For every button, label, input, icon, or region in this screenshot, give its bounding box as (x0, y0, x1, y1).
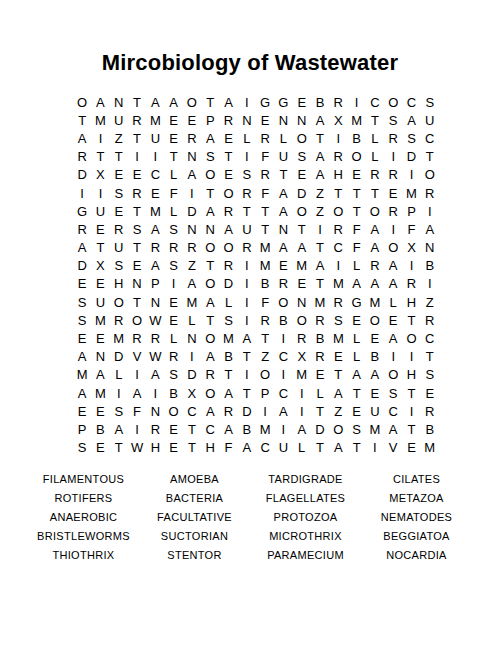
grid-cell-r13c5[interactable]: W (146, 311, 164, 329)
grid-cell-r16c17[interactable]: A (366, 366, 384, 384)
grid-cell-r18c1[interactable]: E (73, 402, 91, 420)
grid-cell-r5c7[interactable]: A (183, 166, 201, 184)
grid-cell-r7c16[interactable]: T (347, 202, 365, 220)
grid-cell-r20c13[interactable]: L (293, 439, 311, 457)
grid-cell-r4c15[interactable]: R (329, 148, 347, 166)
grid-cell-r8c1[interactable]: R (73, 220, 91, 238)
grid-cell-r4c18[interactable]: I (384, 148, 402, 166)
grid-cell-r8c4[interactable]: S (128, 220, 146, 238)
grid-cell-r13c12[interactable]: B (274, 311, 292, 329)
grid-cell-r18c11[interactable]: I (256, 402, 274, 420)
grid-cell-r19c8[interactable]: C (201, 420, 219, 438)
grid-cell-r7c1[interactable]: G (73, 202, 91, 220)
grid-cell-r5c5[interactable]: C (146, 166, 164, 184)
grid-cell-r15c7[interactable]: I (183, 348, 201, 366)
grid-cell-r12c15[interactable]: R (329, 293, 347, 311)
grid-cell-r2c6[interactable]: E (164, 111, 182, 129)
grid-cell-r18c12[interactable]: A (274, 402, 292, 420)
grid-cell-r13c7[interactable]: L (183, 311, 201, 329)
grid-cell-r2c13[interactable]: N (293, 111, 311, 129)
grid-cell-r3c5[interactable]: U (146, 129, 164, 147)
grid-cell-r10c15[interactable]: I (329, 257, 347, 275)
grid-cell-r16c8[interactable]: R (201, 366, 219, 384)
grid-cell-r6c12[interactable]: A (274, 184, 292, 202)
grid-cell-r11c16[interactable]: A (347, 275, 365, 293)
grid-cell-r16c14[interactable]: E (311, 366, 329, 384)
grid-cell-r13c19[interactable]: T (402, 311, 420, 329)
grid-cell-r12c14[interactable]: M (311, 293, 329, 311)
grid-cell-r14c2[interactable]: E (91, 329, 109, 347)
grid-cell-r15c10[interactable]: T (238, 348, 256, 366)
grid-cell-r10c8[interactable]: T (201, 257, 219, 275)
grid-cell-r17c7[interactable]: X (183, 384, 201, 402)
grid-cell-r9c18[interactable]: O (384, 239, 402, 257)
grid-cell-r20c20[interactable]: M (421, 439, 439, 457)
grid-cell-r3c9[interactable]: E (219, 129, 237, 147)
grid-cell-r20c15[interactable]: A (329, 439, 347, 457)
grid-cell-r6c16[interactable]: T (347, 184, 365, 202)
grid-cell-r3c3[interactable]: Z (110, 129, 128, 147)
grid-cell-r8c14[interactable]: I (311, 220, 329, 238)
grid-cell-r16c12[interactable]: I (274, 366, 292, 384)
grid-cell-r18c15[interactable]: Z (329, 402, 347, 420)
grid-cell-r14c20[interactable]: C (421, 329, 439, 347)
grid-cell-r10c9[interactable]: R (219, 257, 237, 275)
grid-cell-r10c2[interactable]: X (91, 257, 109, 275)
grid-cell-r15c20[interactable]: T (421, 348, 439, 366)
grid-cell-r16c10[interactable]: I (238, 366, 256, 384)
grid-cell-r2c5[interactable]: M (146, 111, 164, 129)
grid-cell-r19c7[interactable]: T (183, 420, 201, 438)
grid-cell-r9c14[interactable]: T (311, 239, 329, 257)
grid-cell-r3c7[interactable]: R (183, 129, 201, 147)
grid-cell-r16c4[interactable]: I (128, 366, 146, 384)
grid-cell-r16c7[interactable]: D (183, 366, 201, 384)
grid-cell-r14c1[interactable]: E (73, 329, 91, 347)
grid-cell-r18c20[interactable]: R (421, 402, 439, 420)
grid-cell-r8c2[interactable]: E (91, 220, 109, 238)
grid-cell-r20c8[interactable]: H (201, 439, 219, 457)
grid-cell-r17c11[interactable]: P (256, 384, 274, 402)
grid-cell-r18c13[interactable]: I (293, 402, 311, 420)
grid-cell-r4c1[interactable]: R (73, 148, 91, 166)
grid-cell-r11c12[interactable]: R (274, 275, 292, 293)
grid-cell-r8c12[interactable]: N (274, 220, 292, 238)
grid-cell-r1c7[interactable]: O (183, 93, 201, 111)
grid-cell-r8c6[interactable]: S (164, 220, 182, 238)
grid-cell-r11c4[interactable]: N (128, 275, 146, 293)
grid-cell-r20c12[interactable]: U (274, 439, 292, 457)
grid-cell-r20c18[interactable]: V (384, 439, 402, 457)
grid-cell-r12c9[interactable]: L (219, 293, 237, 311)
grid-cell-r19c3[interactable]: A (110, 420, 128, 438)
grid-cell-r18c3[interactable]: S (110, 402, 128, 420)
grid-cell-r9c4[interactable]: T (128, 239, 146, 257)
grid-cell-r4c17[interactable]: L (366, 148, 384, 166)
grid-cell-r5c13[interactable]: E (293, 166, 311, 184)
grid-cell-r11c11[interactable]: B (256, 275, 274, 293)
grid-cell-r6c2[interactable]: I (91, 184, 109, 202)
grid-cell-r18c5[interactable]: N (146, 402, 164, 420)
grid-cell-r7c2[interactable]: U (91, 202, 109, 220)
grid-cell-r5c6[interactable]: L (164, 166, 182, 184)
grid-cell-r19c16[interactable]: S (347, 420, 365, 438)
grid-cell-r8c13[interactable]: T (293, 220, 311, 238)
grid-cell-r12c17[interactable]: M (366, 293, 384, 311)
grid-cell-r15c6[interactable]: R (164, 348, 182, 366)
grid-cell-r4c9[interactable]: T (219, 148, 237, 166)
grid-cell-r15c3[interactable]: D (110, 348, 128, 366)
grid-cell-r1c12[interactable]: G (274, 93, 292, 111)
grid-cell-r2c2[interactable]: M (91, 111, 109, 129)
grid-cell-r9c2[interactable]: T (91, 239, 109, 257)
grid-cell-r11c5[interactable]: P (146, 275, 164, 293)
grid-cell-r15c19[interactable]: I (402, 348, 420, 366)
grid-cell-r19c11[interactable]: M (256, 420, 274, 438)
grid-cell-r19c14[interactable]: D (311, 420, 329, 438)
grid-cell-r12c10[interactable]: I (238, 293, 256, 311)
grid-cell-r1c4[interactable]: T (128, 93, 146, 111)
grid-cell-r14c14[interactable]: B (311, 329, 329, 347)
grid-cell-r6c17[interactable]: T (366, 184, 384, 202)
grid-cell-r13c13[interactable]: O (293, 311, 311, 329)
grid-cell-r4c14[interactable]: A (311, 148, 329, 166)
grid-cell-r20c1[interactable]: S (73, 439, 91, 457)
grid-cell-r5c14[interactable]: A (311, 166, 329, 184)
grid-cell-r2c4[interactable]: R (128, 111, 146, 129)
grid-cell-r14c4[interactable]: R (128, 329, 146, 347)
grid-cell-r17c15[interactable]: A (329, 384, 347, 402)
grid-cell-r4c6[interactable]: T (164, 148, 182, 166)
grid-cell-r8c15[interactable]: R (329, 220, 347, 238)
grid-cell-r8c20[interactable]: A (421, 220, 439, 238)
grid-cell-r7c3[interactable]: E (110, 202, 128, 220)
grid-cell-r5c20[interactable]: O (421, 166, 439, 184)
grid-cell-r14c12[interactable]: I (274, 329, 292, 347)
grid-cell-r2c15[interactable]: X (329, 111, 347, 129)
grid-cell-r6c13[interactable]: D (293, 184, 311, 202)
grid-cell-r18c8[interactable]: A (201, 402, 219, 420)
grid-cell-r17c19[interactable]: T (402, 384, 420, 402)
grid-cell-r17c17[interactable]: E (366, 384, 384, 402)
grid-cell-r7c4[interactable]: T (128, 202, 146, 220)
grid-cell-r7c14[interactable]: Z (311, 202, 329, 220)
grid-cell-r4c8[interactable]: S (201, 148, 219, 166)
grid-cell-r16c16[interactable]: A (347, 366, 365, 384)
grid-cell-r3c2[interactable]: I (91, 129, 109, 147)
grid-cell-r20c11[interactable]: C (256, 439, 274, 457)
grid-cell-r6c9[interactable]: O (219, 184, 237, 202)
grid-cell-r3c17[interactable]: L (366, 129, 384, 147)
grid-cell-r7c12[interactable]: A (274, 202, 292, 220)
grid-cell-r17c6[interactable]: B (164, 384, 182, 402)
grid-cell-r20c2[interactable]: E (91, 439, 109, 457)
grid-cell-r6c10[interactable]: R (238, 184, 256, 202)
grid-cell-r20c4[interactable]: W (128, 439, 146, 457)
grid-cell-r10c5[interactable]: A (146, 257, 164, 275)
grid-cell-r11c8[interactable]: O (201, 275, 219, 293)
grid-cell-r2c1[interactable]: T (73, 111, 91, 129)
grid-cell-r6c7[interactable]: I (183, 184, 201, 202)
grid-cell-r1c14[interactable]: B (311, 93, 329, 111)
grid-cell-r4c13[interactable]: S (293, 148, 311, 166)
grid-cell-r14c16[interactable]: L (347, 329, 365, 347)
grid-cell-r14c9[interactable]: M (219, 329, 237, 347)
grid-cell-r1c15[interactable]: R (329, 93, 347, 111)
grid-cell-r20c5[interactable]: H (146, 439, 164, 457)
grid-cell-r2c16[interactable]: M (347, 111, 365, 129)
grid-cell-r1c10[interactable]: I (238, 93, 256, 111)
grid-cell-r13c15[interactable]: S (329, 311, 347, 329)
grid-cell-r15c12[interactable]: C (274, 348, 292, 366)
grid-cell-r19c12[interactable]: I (274, 420, 292, 438)
grid-cell-r17c3[interactable]: I (110, 384, 128, 402)
grid-cell-r4c20[interactable]: T (421, 148, 439, 166)
grid-cell-r13c16[interactable]: E (347, 311, 365, 329)
grid-cell-r20c17[interactable]: I (366, 439, 384, 457)
grid-cell-r13c17[interactable]: O (366, 311, 384, 329)
grid-cell-r19c9[interactable]: A (219, 420, 237, 438)
grid-cell-r10c1[interactable]: D (73, 257, 91, 275)
grid-cell-r4c10[interactable]: I (238, 148, 256, 166)
grid-cell-r20c19[interactable]: E (402, 439, 420, 457)
grid-cell-r7c13[interactable]: O (293, 202, 311, 220)
grid-cell-r14c11[interactable]: T (256, 329, 274, 347)
grid-cell-r6c18[interactable]: E (384, 184, 402, 202)
grid-cell-r1c19[interactable]: C (402, 93, 420, 111)
grid-cell-r6c19[interactable]: M (402, 184, 420, 202)
grid-cell-r1c20[interactable]: S (421, 93, 439, 111)
grid-cell-r10c11[interactable]: M (256, 257, 274, 275)
grid-cell-r8c11[interactable]: T (256, 220, 274, 238)
grid-cell-r9c12[interactable]: A (274, 239, 292, 257)
grid-cell-r10c10[interactable]: I (238, 257, 256, 275)
grid-cell-r13c10[interactable]: I (238, 311, 256, 329)
grid-cell-r15c11[interactable]: Z (256, 348, 274, 366)
grid-cell-r13c3[interactable]: R (110, 311, 128, 329)
grid-cell-r3c19[interactable]: S (402, 129, 420, 147)
grid-cell-r17c5[interactable]: I (146, 384, 164, 402)
grid-cell-r12c20[interactable]: Z (421, 293, 439, 311)
grid-cell-r12c12[interactable]: O (274, 293, 292, 311)
grid-cell-r14c3[interactable]: M (110, 329, 128, 347)
grid-cell-r12c5[interactable]: N (146, 293, 164, 311)
grid-cell-r16c15[interactable]: T (329, 366, 347, 384)
grid-cell-r8c3[interactable]: R (110, 220, 128, 238)
grid-cell-r17c13[interactable]: I (293, 384, 311, 402)
grid-cell-r9c20[interactable]: N (421, 239, 439, 257)
grid-cell-r10c12[interactable]: E (274, 257, 292, 275)
grid-cell-r9c10[interactable]: R (238, 239, 256, 257)
grid-cell-r10c18[interactable]: A (384, 257, 402, 275)
grid-cell-r19c13[interactable]: A (293, 420, 311, 438)
grid-cell-r11c18[interactable]: A (384, 275, 402, 293)
grid-cell-r7c11[interactable]: T (256, 202, 274, 220)
grid-cell-r20c10[interactable]: A (238, 439, 256, 457)
grid-cell-r19c15[interactable]: O (329, 420, 347, 438)
grid-cell-r11c17[interactable]: A (366, 275, 384, 293)
grid-cell-r7c6[interactable]: L (164, 202, 182, 220)
grid-cell-r3c1[interactable]: A (73, 129, 91, 147)
grid-cell-r1c6[interactable]: A (164, 93, 182, 111)
grid-cell-r4c4[interactable]: I (128, 148, 146, 166)
grid-cell-r3c16[interactable]: B (347, 129, 365, 147)
grid-cell-r12c19[interactable]: H (402, 293, 420, 311)
grid-cell-r13c1[interactable]: S (73, 311, 91, 329)
grid-cell-r5c9[interactable]: E (219, 166, 237, 184)
grid-cell-r7c9[interactable]: R (219, 202, 237, 220)
grid-cell-r15c2[interactable]: N (91, 348, 109, 366)
grid-cell-r9c9[interactable]: O (219, 239, 237, 257)
grid-cell-r11c6[interactable]: I (164, 275, 182, 293)
grid-cell-r1c17[interactable]: C (366, 93, 384, 111)
grid-cell-r15c8[interactable]: A (201, 348, 219, 366)
grid-cell-r9c6[interactable]: R (164, 239, 182, 257)
grid-cell-r19c19[interactable]: T (402, 420, 420, 438)
grid-cell-r5c3[interactable]: E (110, 166, 128, 184)
grid-cell-r12c11[interactable]: F (256, 293, 274, 311)
grid-cell-r17c16[interactable]: T (347, 384, 365, 402)
grid-cell-r2c12[interactable]: N (274, 111, 292, 129)
grid-cell-r5c16[interactable]: E (347, 166, 365, 184)
grid-cell-r15c5[interactable]: W (146, 348, 164, 366)
grid-cell-r16c3[interactable]: L (110, 366, 128, 384)
grid-cell-r18c16[interactable]: E (347, 402, 365, 420)
grid-cell-r3c20[interactable]: C (421, 129, 439, 147)
grid-cell-r9c16[interactable]: F (347, 239, 365, 257)
grid-cell-r10c3[interactable]: S (110, 257, 128, 275)
grid-cell-r12c2[interactable]: U (91, 293, 109, 311)
grid-cell-r10c4[interactable]: E (128, 257, 146, 275)
grid-cell-r6c20[interactable]: R (421, 184, 439, 202)
grid-cell-r16c9[interactable]: T (219, 366, 237, 384)
grid-cell-r1c9[interactable]: A (219, 93, 237, 111)
grid-cell-r19c2[interactable]: B (91, 420, 109, 438)
grid-cell-r19c4[interactable]: I (128, 420, 146, 438)
grid-cell-r17c4[interactable]: A (128, 384, 146, 402)
grid-cell-r4c5[interactable]: I (146, 148, 164, 166)
grid-cell-r5c1[interactable]: D (73, 166, 91, 184)
grid-cell-r11c13[interactable]: E (293, 275, 311, 293)
grid-cell-r9c15[interactable]: C (329, 239, 347, 257)
grid-cell-r11c7[interactable]: A (183, 275, 201, 293)
grid-cell-r11c9[interactable]: D (219, 275, 237, 293)
grid-cell-r12c3[interactable]: O (110, 293, 128, 311)
grid-cell-r11c15[interactable]: M (329, 275, 347, 293)
grid-cell-r8c18[interactable]: I (384, 220, 402, 238)
grid-cell-r19c20[interactable]: B (421, 420, 439, 438)
grid-cell-r14c8[interactable]: O (201, 329, 219, 347)
grid-cell-r2c14[interactable]: A (311, 111, 329, 129)
grid-cell-r15c14[interactable]: R (311, 348, 329, 366)
grid-cell-r13c11[interactable]: R (256, 311, 274, 329)
grid-cell-r12c7[interactable]: M (183, 293, 201, 311)
grid-cell-r7c10[interactable]: T (238, 202, 256, 220)
grid-cell-r16c18[interactable]: O (384, 366, 402, 384)
grid-cell-r1c18[interactable]: O (384, 93, 402, 111)
grid-cell-r17c10[interactable]: T (238, 384, 256, 402)
grid-cell-r14c18[interactable]: A (384, 329, 402, 347)
grid-cell-r18c10[interactable]: D (238, 402, 256, 420)
grid-cell-r6c3[interactable]: S (110, 184, 128, 202)
grid-cell-r2c3[interactable]: U (110, 111, 128, 129)
grid-cell-r14c7[interactable]: N (183, 329, 201, 347)
grid-cell-r6c5[interactable]: E (146, 184, 164, 202)
grid-cell-r7c7[interactable]: D (183, 202, 201, 220)
grid-cell-r9c1[interactable]: A (73, 239, 91, 257)
grid-cell-r16c5[interactable]: A (146, 366, 164, 384)
grid-cell-r5c11[interactable]: R (256, 166, 274, 184)
grid-cell-r2c8[interactable]: P (201, 111, 219, 129)
grid-cell-r1c16[interactable]: I (347, 93, 365, 111)
grid-cell-r20c7[interactable]: T (183, 439, 201, 457)
grid-cell-r5c15[interactable]: H (329, 166, 347, 184)
grid-cell-r8c5[interactable]: A (146, 220, 164, 238)
grid-cell-r1c1[interactable]: O (73, 93, 91, 111)
grid-cell-r13c14[interactable]: R (311, 311, 329, 329)
grid-cell-r1c11[interactable]: G (256, 93, 274, 111)
grid-cell-r17c14[interactable]: L (311, 384, 329, 402)
grid-cell-r1c8[interactable]: T (201, 93, 219, 111)
grid-cell-r17c8[interactable]: O (201, 384, 219, 402)
grid-cell-r5c17[interactable]: R (366, 166, 384, 184)
grid-cell-r6c11[interactable]: F (256, 184, 274, 202)
grid-cell-r8c17[interactable]: A (366, 220, 384, 238)
grid-cell-r6c4[interactable]: R (128, 184, 146, 202)
grid-cell-r14c19[interactable]: O (402, 329, 420, 347)
grid-cell-r18c14[interactable]: T (311, 402, 329, 420)
grid-cell-r12c18[interactable]: L (384, 293, 402, 311)
grid-cell-r15c17[interactable]: B (366, 348, 384, 366)
grid-cell-r15c16[interactable]: L (347, 348, 365, 366)
grid-cell-r5c10[interactable]: S (238, 166, 256, 184)
grid-cell-r14c15[interactable]: M (329, 329, 347, 347)
grid-cell-r4c2[interactable]: T (91, 148, 109, 166)
grid-cell-r11c20[interactable]: I (421, 275, 439, 293)
grid-cell-r2c7[interactable]: E (183, 111, 201, 129)
grid-cell-r5c19[interactable]: I (402, 166, 420, 184)
grid-cell-r9c3[interactable]: U (110, 239, 128, 257)
grid-cell-r7c8[interactable]: A (201, 202, 219, 220)
grid-cell-r4c11[interactable]: F (256, 148, 274, 166)
grid-cell-r11c2[interactable]: E (91, 275, 109, 293)
grid-cell-r11c1[interactable]: E (73, 275, 91, 293)
grid-cell-r15c15[interactable]: E (329, 348, 347, 366)
grid-cell-r14c13[interactable]: R (293, 329, 311, 347)
grid-cell-r8c10[interactable]: U (238, 220, 256, 238)
grid-cell-r9c13[interactable]: A (293, 239, 311, 257)
grid-cell-r20c9[interactable]: F (219, 439, 237, 457)
grid-cell-r10c7[interactable]: Z (183, 257, 201, 275)
grid-cell-r3c13[interactable]: O (293, 129, 311, 147)
grid-cell-r10c6[interactable]: S (164, 257, 182, 275)
grid-cell-r2c9[interactable]: R (219, 111, 237, 129)
grid-cell-r12c13[interactable]: N (293, 293, 311, 311)
grid-cell-r11c19[interactable]: R (402, 275, 420, 293)
grid-cell-r20c14[interactable]: T (311, 439, 329, 457)
grid-cell-r1c2[interactable]: A (91, 93, 109, 111)
grid-cell-r4c16[interactable]: O (347, 148, 365, 166)
grid-cell-r6c8[interactable]: T (201, 184, 219, 202)
grid-cell-r8c19[interactable]: F (402, 220, 420, 238)
grid-cell-r3c11[interactable]: R (256, 129, 274, 147)
grid-cell-r18c4[interactable]: F (128, 402, 146, 420)
grid-cell-r5c12[interactable]: T (274, 166, 292, 184)
grid-cell-r6c14[interactable]: Z (311, 184, 329, 202)
grid-cell-r3c18[interactable]: R (384, 129, 402, 147)
grid-cell-r10c19[interactable]: I (402, 257, 420, 275)
grid-cell-r19c10[interactable]: B (238, 420, 256, 438)
